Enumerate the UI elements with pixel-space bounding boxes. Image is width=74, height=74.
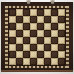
square-g3: [51, 44, 58, 51]
square-e5: [37, 30, 44, 37]
square-d1: [30, 58, 37, 65]
hinge-icon-left: [27, 0, 30, 4]
square-a2: [9, 51, 16, 58]
inlay-border-bottom: [5, 65, 69, 68]
inlay-border-left: [5, 6, 8, 68]
square-f1: [44, 58, 51, 65]
square-g4: [51, 37, 58, 44]
square-f4: [44, 37, 51, 44]
square-b8: [16, 9, 23, 16]
square-g6: [51, 23, 58, 30]
square-h6: [58, 23, 65, 30]
inlay-border-right: [66, 6, 69, 68]
square-h2: [58, 51, 65, 58]
square-h3: [58, 44, 65, 51]
square-h1: [58, 58, 65, 65]
square-f7: [44, 16, 51, 23]
square-a3: [9, 44, 16, 51]
square-b5: [16, 30, 23, 37]
square-d7: [30, 16, 37, 23]
square-d2: [30, 51, 37, 58]
square-e7: [37, 16, 44, 23]
square-c4: [23, 37, 30, 44]
square-c2: [23, 51, 30, 58]
square-g7: [51, 16, 58, 23]
product-photo: [0, 0, 74, 74]
square-a7: [9, 16, 16, 23]
square-d4: [30, 37, 37, 44]
box-side-edge: [1, 70, 73, 72]
square-g1: [51, 58, 58, 65]
square-b1: [16, 58, 23, 65]
hinge-icon-right: [51, 0, 54, 4]
square-c1: [23, 58, 30, 65]
square-b2: [16, 51, 23, 58]
square-f6: [44, 23, 51, 30]
square-e3: [37, 44, 44, 51]
square-g2: [51, 51, 58, 58]
square-d6: [30, 23, 37, 30]
square-h8: [58, 9, 65, 16]
square-b6: [16, 23, 23, 30]
square-a8: [9, 9, 16, 16]
square-a1: [9, 58, 16, 65]
square-h5: [58, 30, 65, 37]
board-grid: [9, 9, 65, 65]
square-h4: [58, 37, 65, 44]
chessboard-box: [1, 2, 73, 70]
square-e2: [37, 51, 44, 58]
square-h7: [58, 16, 65, 23]
square-b4: [16, 37, 23, 44]
square-c8: [23, 9, 30, 16]
square-e1: [37, 58, 44, 65]
square-e6: [37, 23, 44, 30]
square-c7: [23, 16, 30, 23]
square-e8: [37, 9, 44, 16]
square-d3: [30, 44, 37, 51]
square-c3: [23, 44, 30, 51]
square-f2: [44, 51, 51, 58]
square-f5: [44, 30, 51, 37]
square-f3: [44, 44, 51, 51]
square-b7: [16, 16, 23, 23]
square-d8: [30, 9, 37, 16]
square-c5: [23, 30, 30, 37]
square-d5: [30, 30, 37, 37]
square-e4: [37, 37, 44, 44]
square-f8: [44, 9, 51, 16]
square-b3: [16, 44, 23, 51]
square-a5: [9, 30, 16, 37]
square-c6: [23, 23, 30, 30]
square-g5: [51, 30, 58, 37]
square-a4: [9, 37, 16, 44]
square-a6: [9, 23, 16, 30]
square-g8: [51, 9, 58, 16]
